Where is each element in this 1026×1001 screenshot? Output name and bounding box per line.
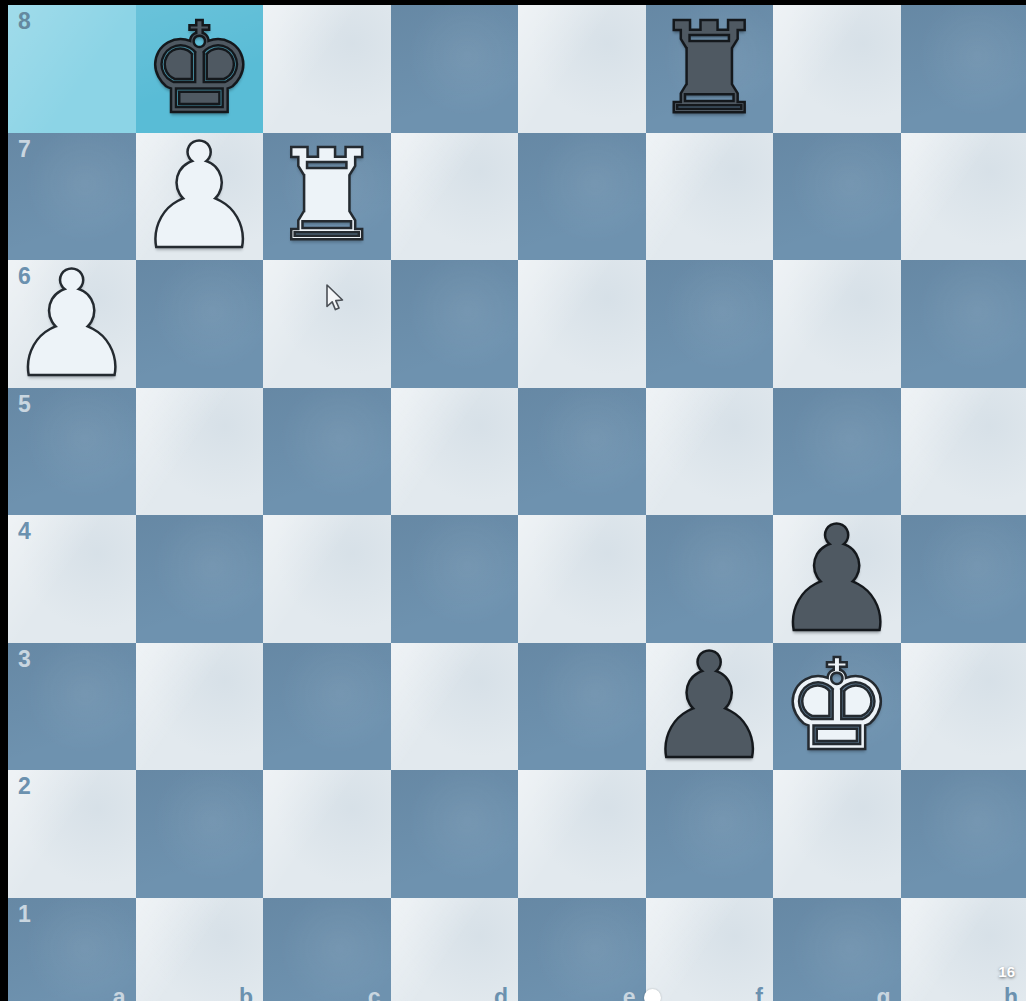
square-g3[interactable]: ♚ (773, 643, 901, 771)
square-d6[interactable] (391, 260, 519, 388)
black-pawn-g4[interactable]: ♟ (773, 515, 901, 643)
square-b6[interactable] (136, 260, 264, 388)
rank-label-3: 3 (18, 648, 31, 671)
square-e6[interactable] (518, 260, 646, 388)
square-h4[interactable] (901, 515, 1026, 643)
square-a3[interactable]: 3 (8, 643, 136, 771)
square-d1[interactable]: d (391, 898, 519, 1001)
square-h5[interactable] (901, 388, 1026, 516)
square-f8[interactable]: ♜ (646, 5, 774, 133)
square-b1[interactable]: b (136, 898, 264, 1001)
square-a2[interactable]: 2 (8, 770, 136, 898)
square-e2[interactable] (518, 770, 646, 898)
square-a8[interactable]: 8 (8, 5, 136, 133)
square-e1[interactable]: e (518, 898, 646, 1001)
square-f3[interactable]: ♟ (646, 643, 774, 771)
square-f1[interactable]: f (646, 898, 774, 1001)
chess-app: 8♚♜7♟♜6♟54♟3♟♚21abcdefgh 16 (0, 0, 1026, 1001)
square-c5[interactable] (263, 388, 391, 516)
file-label-f: f (755, 986, 763, 1001)
square-b5[interactable] (136, 388, 264, 516)
square-g2[interactable] (773, 770, 901, 898)
square-c3[interactable] (263, 643, 391, 771)
square-f5[interactable] (646, 388, 774, 516)
chess-board[interactable]: 8♚♜7♟♜6♟54♟3♟♚21abcdefgh (8, 5, 1026, 1001)
rank-label-7: 7 (18, 138, 31, 161)
file-label-e: e (623, 986, 636, 1001)
square-c1[interactable]: c (263, 898, 391, 1001)
square-h7[interactable] (901, 133, 1026, 261)
file-label-g: g (876, 986, 890, 1001)
file-label-a: a (113, 986, 126, 1001)
square-b7[interactable]: ♟ (136, 133, 264, 261)
square-e4[interactable] (518, 515, 646, 643)
square-g6[interactable] (773, 260, 901, 388)
square-h3[interactable] (901, 643, 1026, 771)
square-d7[interactable] (391, 133, 519, 261)
square-h6[interactable] (901, 260, 1026, 388)
white-pawn-b7[interactable]: ♟ (136, 133, 264, 261)
square-d2[interactable] (391, 770, 519, 898)
square-g7[interactable] (773, 133, 901, 261)
square-h8[interactable] (901, 5, 1026, 133)
white-rook-c7[interactable]: ♜ (263, 133, 391, 261)
square-a6[interactable]: 6♟ (8, 260, 136, 388)
file-label-h: h (1004, 986, 1018, 1001)
square-e3[interactable] (518, 643, 646, 771)
square-e7[interactable] (518, 133, 646, 261)
white-pawn-a6[interactable]: ♟ (8, 260, 136, 388)
square-c4[interactable] (263, 515, 391, 643)
rank-label-8: 8 (18, 10, 31, 33)
square-a4[interactable]: 4 (8, 515, 136, 643)
square-f6[interactable] (646, 260, 774, 388)
rank-label-5: 5 (18, 393, 31, 416)
square-h1[interactable]: h (901, 898, 1026, 1001)
rank-label-4: 4 (18, 520, 31, 543)
white-king-g3[interactable]: ♚ (773, 643, 901, 771)
square-e5[interactable] (518, 388, 646, 516)
square-c6[interactable] (263, 260, 391, 388)
corner-count-label: 16 (991, 963, 1015, 980)
square-e8[interactable] (518, 5, 646, 133)
square-c2[interactable] (263, 770, 391, 898)
square-g1[interactable]: g (773, 898, 901, 1001)
file-label-d: d (494, 986, 508, 1001)
square-d4[interactable] (391, 515, 519, 643)
square-g8[interactable] (773, 5, 901, 133)
white-dot-marker (644, 989, 661, 1001)
square-c7[interactable]: ♜ (263, 133, 391, 261)
square-g4[interactable]: ♟ (773, 515, 901, 643)
square-b3[interactable] (136, 643, 264, 771)
square-a5[interactable]: 5 (8, 388, 136, 516)
square-b2[interactable] (136, 770, 264, 898)
square-b4[interactable] (136, 515, 264, 643)
square-a1[interactable]: 1a (8, 898, 136, 1001)
square-f7[interactable] (646, 133, 774, 261)
square-h2[interactable] (901, 770, 1026, 898)
rank-label-2: 2 (18, 775, 31, 798)
square-d8[interactable] (391, 5, 519, 133)
square-d3[interactable] (391, 643, 519, 771)
file-label-b: b (239, 986, 253, 1001)
square-f2[interactable] (646, 770, 774, 898)
file-label-c: c (368, 986, 381, 1001)
square-c8[interactable] (263, 5, 391, 133)
black-rook-f8[interactable]: ♜ (646, 5, 774, 133)
black-pawn-f3[interactable]: ♟ (646, 643, 774, 771)
square-d5[interactable] (391, 388, 519, 516)
rank-label-1: 1 (18, 903, 31, 926)
